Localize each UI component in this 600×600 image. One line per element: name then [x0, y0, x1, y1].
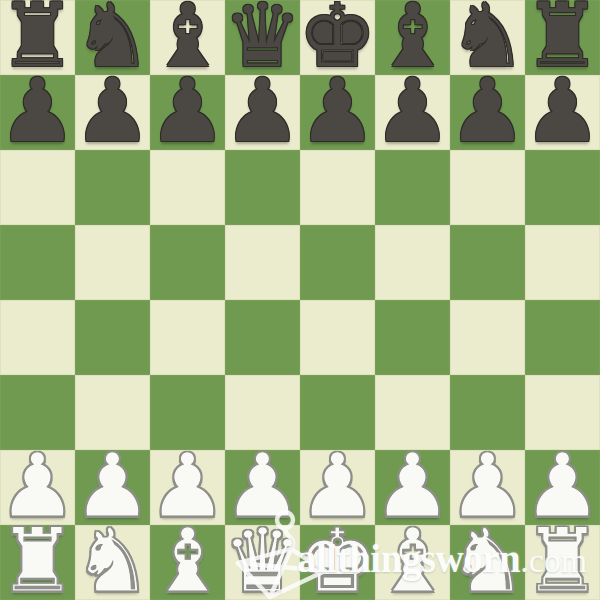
square-d4[interactable]	[225, 300, 300, 375]
piece-black-pawn[interactable]: ♟	[223, 73, 302, 148]
piece-black-pawn[interactable]: ♟	[298, 73, 377, 148]
square-c7[interactable]: ♟	[150, 75, 225, 150]
square-h7[interactable]: ♟	[525, 75, 600, 150]
piece-white-rook[interactable]: ♜	[0, 523, 77, 598]
chess-board[interactable]: ♜♞♝♛♚♝♞♜♟♟♟♟♟♟♟♟♟♟♟♟♟♟♟♟♜♞♝♛♚♝♞♜	[0, 0, 600, 600]
piece-white-knight[interactable]: ♞	[73, 523, 152, 598]
square-f5[interactable]	[375, 225, 450, 300]
square-a1[interactable]: ♜	[0, 525, 75, 600]
square-f1[interactable]: ♝	[375, 525, 450, 600]
square-d1[interactable]: ♛	[225, 525, 300, 600]
square-e4[interactable]	[300, 300, 375, 375]
square-h5[interactable]	[525, 225, 600, 300]
square-g4[interactable]	[450, 300, 525, 375]
piece-white-bishop[interactable]: ♝	[148, 523, 227, 598]
piece-white-rook[interactable]: ♜	[523, 523, 600, 598]
square-c1[interactable]: ♝	[150, 525, 225, 600]
square-g1[interactable]: ♞	[450, 525, 525, 600]
square-e7[interactable]: ♟	[300, 75, 375, 150]
square-b1[interactable]: ♞	[75, 525, 150, 600]
square-f4[interactable]	[375, 300, 450, 375]
square-g7[interactable]: ♟	[450, 75, 525, 150]
square-a4[interactable]	[0, 300, 75, 375]
piece-white-king[interactable]: ♚	[298, 523, 377, 598]
square-h1[interactable]: ♜	[525, 525, 600, 600]
piece-black-pawn[interactable]: ♟	[373, 73, 452, 148]
square-e1[interactable]: ♚	[300, 525, 375, 600]
piece-black-pawn[interactable]: ♟	[523, 73, 600, 148]
square-a5[interactable]	[0, 225, 75, 300]
piece-black-pawn[interactable]: ♟	[73, 73, 152, 148]
square-b5[interactable]	[75, 225, 150, 300]
square-c4[interactable]	[150, 300, 225, 375]
piece-white-queen[interactable]: ♛	[223, 523, 302, 598]
square-d7[interactable]: ♟	[225, 75, 300, 150]
square-b7[interactable]: ♟	[75, 75, 150, 150]
piece-white-bishop[interactable]: ♝	[373, 523, 452, 598]
square-c5[interactable]	[150, 225, 225, 300]
square-h4[interactable]	[525, 300, 600, 375]
piece-white-knight[interactable]: ♞	[448, 523, 527, 598]
square-g5[interactable]	[450, 225, 525, 300]
square-b4[interactable]	[75, 300, 150, 375]
piece-black-pawn[interactable]: ♟	[0, 73, 77, 148]
piece-black-pawn[interactable]: ♟	[148, 73, 227, 148]
square-e5[interactable]	[300, 225, 375, 300]
chessboard-screenshot: ♜♞♝♛♚♝♞♜♟♟♟♟♟♟♟♟♟♟♟♟♟♟♟♟♜♞♝♛♚♝♞♜ allthin…	[0, 0, 600, 600]
square-d5[interactable]	[225, 225, 300, 300]
square-f7[interactable]: ♟	[375, 75, 450, 150]
square-a7[interactable]: ♟	[0, 75, 75, 150]
piece-black-pawn[interactable]: ♟	[448, 73, 527, 148]
